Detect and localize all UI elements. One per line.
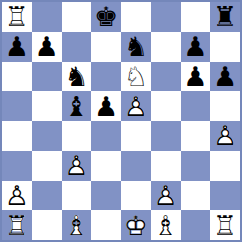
white-bishop-icon: ♝ [62,210,92,240]
white-king-icon: ♔ [121,210,151,240]
square-d7[interactable] [91,32,121,62]
square-e1[interactable]: ♚♔ [121,210,151,240]
square-d1[interactable] [91,210,121,240]
square-d3[interactable] [91,151,121,181]
black-pawn-icon: ♟ [183,63,207,90]
square-g3[interactable] [181,151,211,181]
white-pawn-icon: ♟ [151,181,181,211]
square-f1[interactable]: ♝♗ [151,210,181,240]
white-pawn-icon: ♟ [210,121,240,151]
black-pawn-icon: ♟ [183,33,207,60]
white-rook-icon: ♜ [210,210,240,240]
square-g6[interactable]: ♟ [181,62,211,92]
white-pawn-icon: ♟ [62,151,92,181]
square-c5[interactable]: ♝ [62,91,92,121]
black-knight-icon: ♞ [64,63,88,90]
square-e4[interactable] [121,121,151,151]
square-h4[interactable]: ♟♙ [210,121,240,151]
square-f8[interactable] [151,2,181,32]
square-a3[interactable] [2,151,32,181]
square-f2[interactable]: ♟♙ [151,181,181,211]
square-a4[interactable] [2,121,32,151]
square-g7[interactable]: ♟ [181,32,211,62]
square-c6[interactable]: ♞ [62,62,92,92]
square-c4[interactable] [62,121,92,151]
square-d8[interactable]: ♚ [91,2,121,32]
black-rook-icon: ♜ [213,3,237,30]
chess-board: ♜♖♚♜♟♟♞♟♞♞♘♟♟♝♟♟♙♟♙♟♙♟♙♟♙♜♖♝♗♚♔♝♗♜♖ [0,0,242,242]
white-pawn-icon: ♙ [62,151,92,181]
white-rook-icon: ♖ [210,210,240,240]
square-e8[interactable] [121,2,151,32]
square-b7[interactable]: ♟ [32,32,62,62]
square-h7[interactable] [210,32,240,62]
square-b6[interactable] [32,62,62,92]
square-a6[interactable] [2,62,32,92]
square-b2[interactable] [32,181,62,211]
square-d6[interactable] [91,62,121,92]
square-b3[interactable] [32,151,62,181]
square-e2[interactable] [121,181,151,211]
white-rook-icon: ♖ [2,2,32,32]
square-c3[interactable]: ♟♙ [62,151,92,181]
square-f6[interactable] [151,62,181,92]
black-pawn-icon: ♟ [213,63,237,90]
white-pawn-icon: ♙ [2,181,32,211]
square-f7[interactable] [151,32,181,62]
square-g8[interactable] [181,2,211,32]
white-knight-icon: ♘ [121,62,151,92]
square-g4[interactable] [181,121,211,151]
square-g1[interactable] [181,210,211,240]
square-h3[interactable] [210,151,240,181]
white-king-icon: ♚ [121,210,151,240]
square-h5[interactable] [210,91,240,121]
white-rook-icon: ♜ [2,2,32,32]
square-e7[interactable]: ♞ [121,32,151,62]
black-king-icon: ♚ [94,3,118,30]
black-pawn-icon: ♟ [35,33,59,60]
square-b8[interactable] [32,2,62,32]
square-a5[interactable] [2,91,32,121]
white-bishop-icon: ♗ [62,210,92,240]
square-b1[interactable] [32,210,62,240]
white-rook-icon: ♜ [2,210,32,240]
square-h6[interactable]: ♟ [210,62,240,92]
square-b5[interactable] [32,91,62,121]
white-pawn-icon: ♙ [121,91,151,121]
square-c7[interactable] [62,32,92,62]
square-c8[interactable] [62,2,92,32]
black-bishop-icon: ♝ [64,93,88,120]
square-a2[interactable]: ♟♙ [2,181,32,211]
square-f4[interactable] [151,121,181,151]
white-pawn-icon: ♟ [121,91,151,121]
square-g5[interactable] [181,91,211,121]
white-knight-icon: ♞ [121,62,151,92]
white-bishop-icon: ♝ [151,210,181,240]
square-d4[interactable] [91,121,121,151]
square-h8[interactable]: ♜ [210,2,240,32]
white-pawn-icon: ♟ [2,181,32,211]
square-c1[interactable]: ♝♗ [62,210,92,240]
white-rook-icon: ♖ [2,210,32,240]
white-pawn-icon: ♙ [210,121,240,151]
square-a8[interactable]: ♜♖ [2,2,32,32]
square-f3[interactable] [151,151,181,181]
white-pawn-icon: ♙ [151,181,181,211]
square-a7[interactable]: ♟ [2,32,32,62]
black-pawn-icon: ♟ [94,93,118,120]
square-d5[interactable]: ♟ [91,91,121,121]
square-e3[interactable] [121,151,151,181]
square-e5[interactable]: ♟♙ [121,91,151,121]
square-a1[interactable]: ♜♖ [2,210,32,240]
square-c2[interactable] [62,181,92,211]
white-bishop-icon: ♗ [151,210,181,240]
square-h2[interactable] [210,181,240,211]
square-g2[interactable] [181,181,211,211]
black-pawn-icon: ♟ [5,33,29,60]
square-d2[interactable] [91,181,121,211]
square-f5[interactable] [151,91,181,121]
square-b4[interactable] [32,121,62,151]
square-h1[interactable]: ♜♖ [210,210,240,240]
black-knight-icon: ♞ [124,33,148,60]
square-e6[interactable]: ♞♘ [121,62,151,92]
